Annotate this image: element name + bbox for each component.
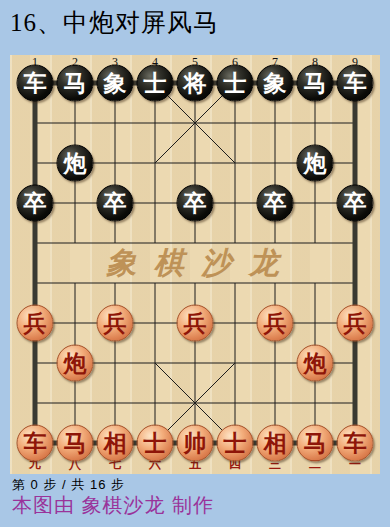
piece-black-士-f4r0[interactable]: 士 (137, 65, 174, 102)
piece-black-卒-f9r3[interactable]: 卒 (337, 185, 374, 222)
piece-red-兵-f9r6[interactable]: 兵 (337, 305, 374, 342)
piece-black-炮-f2r2[interactable]: 炮 (57, 145, 94, 182)
piece-black-象-f7r0[interactable]: 象 (257, 65, 294, 102)
piece-red-马-f2r9[interactable]: 马 (57, 425, 94, 462)
piece-black-卒-f1r3[interactable]: 卒 (17, 185, 54, 222)
xiangqi-board: 象 棋 沙 龙 123456789 九八七六五四三二一 车马象士将士象马车炮炮卒… (10, 55, 380, 474)
piece-red-相-f7r9[interactable]: 相 (257, 425, 294, 462)
river-watermark: 象 棋 沙 龙 (10, 244, 380, 282)
piece-black-士-f6r0[interactable]: 士 (217, 65, 254, 102)
piece-red-炮-f8r7[interactable]: 炮 (297, 345, 334, 382)
piece-black-卒-f7r3[interactable]: 卒 (257, 185, 294, 222)
piece-black-象-f3r0[interactable]: 象 (97, 65, 134, 102)
piece-red-炮-f2r7[interactable]: 炮 (57, 345, 94, 382)
piece-red-帅-f5r9[interactable]: 帅 (177, 425, 214, 462)
piece-red-车-f1r9[interactable]: 车 (17, 425, 54, 462)
piece-red-士-f6r9[interactable]: 士 (217, 425, 254, 462)
piece-red-士-f4r9[interactable]: 士 (137, 425, 174, 462)
page-title: 16、中炮对屏风马 (10, 6, 386, 39)
piece-black-马-f2r0[interactable]: 马 (57, 65, 94, 102)
piece-black-卒-f5r3[interactable]: 卒 (177, 185, 214, 222)
piece-red-兵-f5r6[interactable]: 兵 (177, 305, 214, 342)
piece-black-炮-f8r2[interactable]: 炮 (297, 145, 334, 182)
piece-black-卒-f3r3[interactable]: 卒 (97, 185, 134, 222)
piece-black-车-f9r0[interactable]: 车 (337, 65, 374, 102)
piece-black-马-f8r0[interactable]: 马 (297, 65, 334, 102)
piece-black-车-f1r0[interactable]: 车 (17, 65, 54, 102)
credit-line: 本图由 象棋沙龙 制作 (12, 492, 214, 519)
piece-red-相-f3r9[interactable]: 相 (97, 425, 134, 462)
piece-black-将-f5r0[interactable]: 将 (177, 65, 214, 102)
piece-red-马-f8r9[interactable]: 马 (297, 425, 334, 462)
piece-red-兵-f7r6[interactable]: 兵 (257, 305, 294, 342)
piece-red-车-f9r9[interactable]: 车 (337, 425, 374, 462)
piece-red-兵-f1r6[interactable]: 兵 (17, 305, 54, 342)
piece-red-兵-f3r6[interactable]: 兵 (97, 305, 134, 342)
